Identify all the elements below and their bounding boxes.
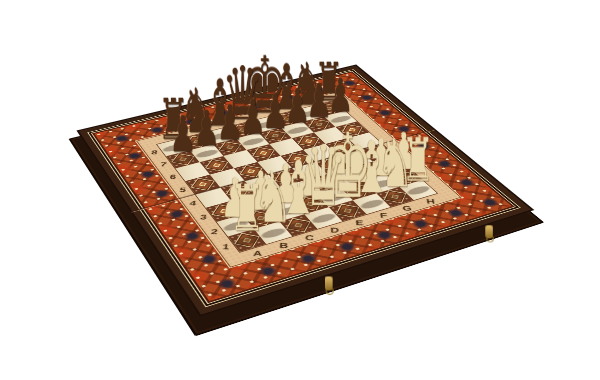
rank-label-8: 8 — [146, 149, 161, 156]
black-pawn-d7: ♟ — [239, 93, 266, 141]
black-pawn-b7: ♟ — [193, 104, 220, 153]
rank-label-7: 7 — [155, 161, 170, 168]
chess-board: ♜♞♝♛♚♝♞♜♟♟♟♟♟♟♟♟♟♟♟♟♟♟♟♟♜♞♝♛♚♝♞♜ 1234567… — [76, 65, 534, 317]
brass-latch-icon — [325, 276, 333, 290]
board-surface: ♜♞♝♛♚♝♞♜♟♟♟♟♟♟♟♟♟♟♟♟♟♟♟♟♜♞♝♛♚♝♞♜ 1234567… — [76, 65, 534, 317]
product-photo: ♜♞♝♛♚♝♞♜♟♟♟♟♟♟♟♟♟♟♟♟♟♟♟♟♜♞♝♛♚♝♞♜ 1234567… — [0, 0, 600, 380]
black-pawn-a7: ♟ — [169, 110, 196, 159]
black-pawn-c7: ♟ — [216, 99, 243, 147]
brass-latch-icon — [485, 225, 493, 238]
white-rook-a1: ♜ — [229, 176, 265, 240]
perspective-scene: ♜♞♝♛♚♝♞♜♟♟♟♟♟♟♟♟♟♟♟♟♟♟♟♟♜♞♝♛♚♝♞♜ 1234567… — [0, 0, 600, 380]
